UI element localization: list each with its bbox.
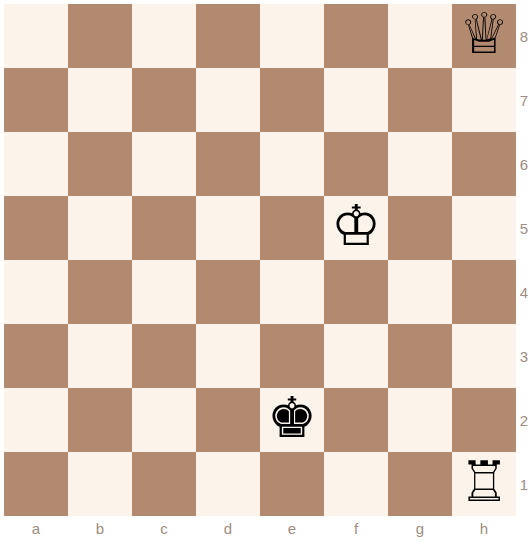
square-g3[interactable] — [388, 324, 452, 388]
square-e7[interactable] — [260, 68, 324, 132]
square-f7[interactable] — [324, 68, 388, 132]
file-label-e: e — [260, 516, 324, 541]
square-d4[interactable] — [196, 260, 260, 324]
square-e2[interactable]: ♚ — [260, 388, 324, 452]
white-king-f5[interactable]: ♔ — [331, 194, 381, 258]
square-h3[interactable] — [452, 324, 516, 388]
rank-label-6: 6 — [516, 132, 532, 196]
square-h8[interactable]: ♕ — [452, 4, 516, 68]
square-h6[interactable] — [452, 132, 516, 196]
square-e1[interactable] — [260, 452, 324, 516]
rank-label-2: 2 — [516, 388, 532, 452]
square-c1[interactable] — [132, 452, 196, 516]
black-king-e2[interactable]: ♚ — [267, 386, 317, 450]
square-c2[interactable] — [132, 388, 196, 452]
square-b4[interactable] — [68, 260, 132, 324]
square-a3[interactable] — [4, 324, 68, 388]
square-g2[interactable] — [388, 388, 452, 452]
file-label-c: c — [132, 516, 196, 541]
square-b1[interactable] — [68, 452, 132, 516]
square-g6[interactable] — [388, 132, 452, 196]
file-label-g: g — [388, 516, 452, 541]
rank-label-5: 5 — [516, 196, 532, 260]
square-b8[interactable] — [68, 4, 132, 68]
square-a7[interactable] — [4, 68, 68, 132]
rank-label-8: 8 — [516, 4, 532, 68]
square-c6[interactable] — [132, 132, 196, 196]
square-e4[interactable] — [260, 260, 324, 324]
rank-label-7: 7 — [516, 68, 532, 132]
square-a6[interactable] — [4, 132, 68, 196]
square-e8[interactable] — [260, 4, 324, 68]
square-f6[interactable] — [324, 132, 388, 196]
square-d6[interactable] — [196, 132, 260, 196]
square-d7[interactable] — [196, 68, 260, 132]
square-d3[interactable] — [196, 324, 260, 388]
rank-label-1: 1 — [516, 452, 532, 516]
square-f1[interactable] — [324, 452, 388, 516]
rank-label-3: 3 — [516, 324, 532, 388]
square-c7[interactable] — [132, 68, 196, 132]
square-h2[interactable] — [452, 388, 516, 452]
square-c5[interactable] — [132, 196, 196, 260]
square-a4[interactable] — [4, 260, 68, 324]
square-e3[interactable] — [260, 324, 324, 388]
square-h5[interactable] — [452, 196, 516, 260]
square-g7[interactable] — [388, 68, 452, 132]
square-b7[interactable] — [68, 68, 132, 132]
square-f5[interactable]: ♔ — [324, 196, 388, 260]
file-label-a: a — [4, 516, 68, 541]
square-c3[interactable] — [132, 324, 196, 388]
square-g8[interactable] — [388, 4, 452, 68]
square-g1[interactable] — [388, 452, 452, 516]
square-d1[interactable] — [196, 452, 260, 516]
square-c8[interactable] — [132, 4, 196, 68]
square-f4[interactable] — [324, 260, 388, 324]
file-label-d: d — [196, 516, 260, 541]
square-b2[interactable] — [68, 388, 132, 452]
square-a8[interactable] — [4, 4, 68, 68]
square-h1[interactable]: ♖ — [452, 452, 516, 516]
square-f3[interactable] — [324, 324, 388, 388]
file-label-h: h — [452, 516, 516, 541]
square-f8[interactable] — [324, 4, 388, 68]
square-d2[interactable] — [196, 388, 260, 452]
square-d5[interactable] — [196, 196, 260, 260]
square-b5[interactable] — [68, 196, 132, 260]
square-a2[interactable] — [4, 388, 68, 452]
square-d8[interactable] — [196, 4, 260, 68]
square-e6[interactable] — [260, 132, 324, 196]
square-h7[interactable] — [452, 68, 516, 132]
square-f2[interactable] — [324, 388, 388, 452]
square-g4[interactable] — [388, 260, 452, 324]
square-b6[interactable] — [68, 132, 132, 196]
white-queen-h8[interactable]: ♕ — [459, 2, 509, 66]
file-label-b: b — [68, 516, 132, 541]
square-e5[interactable] — [260, 196, 324, 260]
square-b3[interactable] — [68, 324, 132, 388]
chess-diagram: ♕♔♚♖ 87654321 abcdefgh — [0, 0, 532, 541]
square-h4[interactable] — [452, 260, 516, 324]
rank-labels: 87654321 — [516, 4, 532, 516]
square-g5[interactable] — [388, 196, 452, 260]
white-rook-h1[interactable]: ♖ — [459, 450, 509, 514]
chess-board: ♕♔♚♖ — [4, 4, 516, 516]
square-a1[interactable] — [4, 452, 68, 516]
file-label-f: f — [324, 516, 388, 541]
rank-label-4: 4 — [516, 260, 532, 324]
square-c4[interactable] — [132, 260, 196, 324]
square-a5[interactable] — [4, 196, 68, 260]
file-labels: abcdefgh — [4, 516, 516, 541]
